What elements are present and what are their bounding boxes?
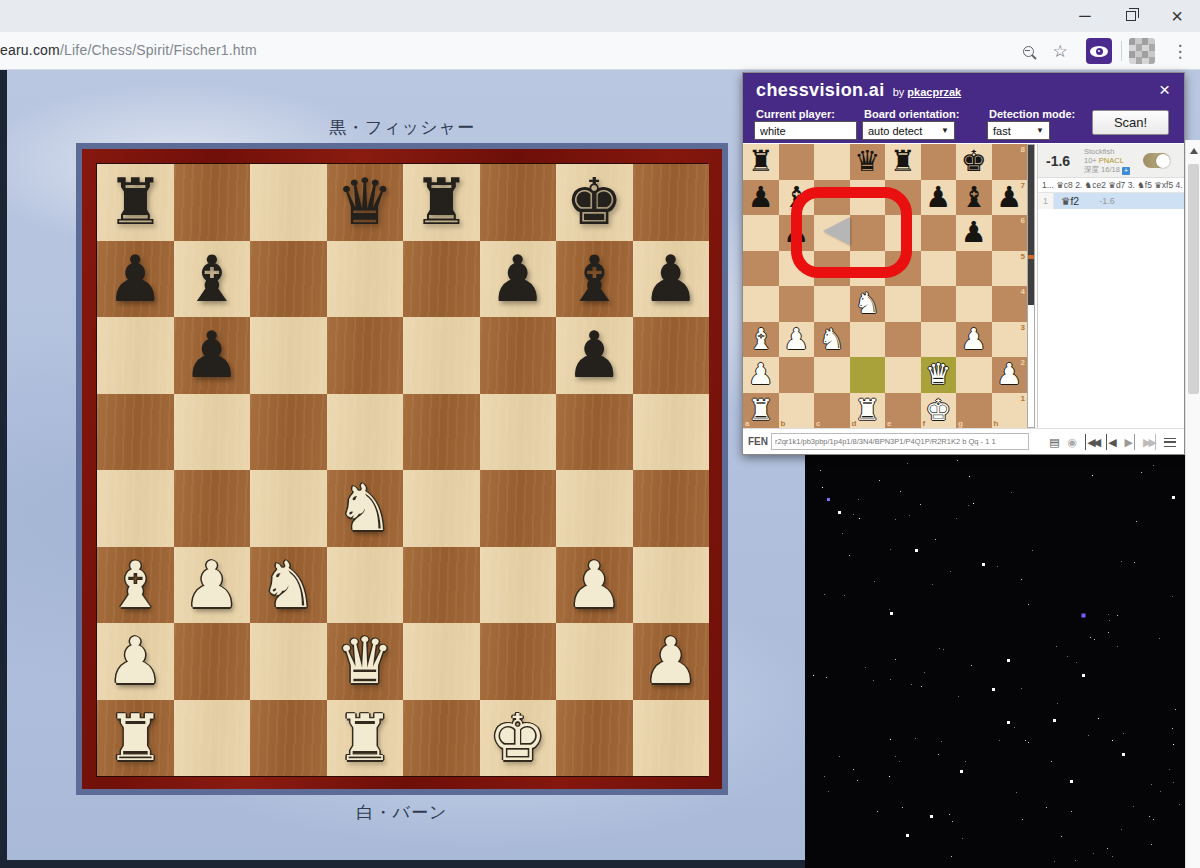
file-label-b: b [781, 419, 786, 428]
square-g4 [556, 470, 633, 547]
piece-wR-a1[interactable]: ♜ [748, 393, 774, 428]
square-e3[interactable] [885, 322, 921, 358]
close-button[interactable]: × [1154, 0, 1200, 32]
square-e8[interactable]: ♜ [885, 144, 921, 180]
square-f3 [480, 547, 557, 624]
square-h6 [633, 317, 710, 394]
chessvision-eye-icon [1086, 38, 1112, 64]
piece-wN-d4: ♞ [336, 470, 393, 546]
piece-bR-a8: ♜ [107, 164, 164, 240]
piece-wK-f1: ♚ [489, 700, 546, 776]
move-san: ♛f2 [1061, 195, 1079, 207]
square-a7: ♟ [97, 241, 174, 318]
current-player-select[interactable]: white [754, 121, 857, 140]
piece-bB-g7[interactable]: ♝ [961, 180, 987, 215]
square-c7 [250, 241, 327, 318]
square-d7 [327, 241, 404, 318]
square-b1 [174, 700, 251, 777]
principal-variation: 1... ♛c8 2. ♞ce2 ♛d7 3. ♞f5 ♛xf5 4. ♛xf5… [1038, 178, 1184, 193]
author-link[interactable]: pkacprzak [907, 86, 961, 98]
toolbar-separator [1118, 32, 1124, 70]
page-left-border [0, 70, 7, 868]
file-label-d: d [852, 419, 857, 428]
file-label-f: f [923, 419, 926, 428]
rank-label-4: 4 [1021, 287, 1025, 296]
engine-info: Stockfish 10+ PNACL 深度 16/18 + [1084, 147, 1130, 175]
evaluation-bar-zero-tick [1028, 255, 1034, 259]
piece-wN-d4[interactable]: ♞ [854, 286, 880, 321]
browser-menu-button[interactable]: ⋮ [1166, 32, 1194, 70]
piece-bP-g6[interactable]: ♟ [961, 215, 987, 250]
chessvision-extension-button[interactable] [1084, 32, 1114, 70]
piece-wP-h2[interactable]: ♟ [996, 357, 1022, 392]
square-c6 [250, 317, 327, 394]
move-number: 1 [1038, 193, 1054, 209]
square-g5 [556, 394, 633, 471]
square-g5[interactable] [956, 251, 992, 287]
square-e8: ♜ [403, 164, 480, 241]
square-g8[interactable]: ♚ [956, 144, 992, 180]
square-g7: ♝ [556, 241, 633, 318]
square-d4[interactable]: ♞ [850, 286, 886, 322]
detection-select[interactable]: fast▼ [987, 121, 1050, 140]
piece-wK-f1[interactable]: ♚ [925, 393, 951, 428]
square-b3[interactable]: ♟ [779, 322, 815, 358]
square-f8 [480, 164, 557, 241]
square-g3: ♟ [556, 547, 633, 624]
piece-wP-g3[interactable]: ♟ [961, 322, 987, 357]
fen-row: FEN ▤ ◉ ◀◀ ◀ ▶ ▶▶ [743, 428, 1184, 454]
bookmark-button[interactable]: ☆ [1046, 32, 1074, 70]
piece-wP-g3: ♟ [566, 547, 623, 623]
url-path: /Life/Chess/Spirit/Fischer1.htm [60, 42, 257, 58]
square-c8 [250, 164, 327, 241]
next-move-icon[interactable]: ▶ [1125, 434, 1135, 450]
square-c2[interactable] [814, 357, 850, 393]
piece-bP-f7: ♟ [489, 241, 546, 317]
square-a5[interactable] [743, 251, 779, 287]
address-bar: earu.com/Life/Chess/Spirit/Fischer1.htm … [0, 32, 1200, 70]
square-g2 [556, 623, 633, 700]
piece-bR-a8[interactable]: ♜ [748, 144, 774, 179]
piece-bB-b7: ♝ [183, 241, 240, 317]
white-player-caption: 白・バーン [76, 801, 728, 824]
rank-label-5: 5 [1021, 252, 1025, 261]
chevron-down-icon: ▼ [1036, 126, 1044, 135]
square-h3[interactable]: 3 [992, 322, 1028, 358]
square-g2[interactable] [956, 357, 992, 393]
square-d1[interactable]: ♜d [850, 393, 886, 429]
file-label-c: c [816, 419, 820, 428]
square-a4[interactable] [743, 286, 779, 322]
square-g3[interactable]: ♟ [956, 322, 992, 358]
square-d1: ♜ [327, 700, 404, 777]
piece-wB-a3: ♝ [107, 547, 164, 623]
black-player-caption: 黒・フィッシャー [76, 116, 728, 139]
bookmark-star-icon: ☆ [1052, 41, 1067, 62]
window-titlebar: ─ × [0, 0, 1200, 32]
orientation-label: Board orientation: [864, 108, 959, 120]
piece-bP-b6: ♟ [183, 317, 240, 393]
panel-close-icon[interactable]: × [1159, 79, 1170, 101]
square-h3 [633, 547, 710, 624]
minimize-button[interactable]: ─ [1062, 0, 1108, 32]
piece-bQ-d8[interactable]: ♛ [854, 144, 880, 179]
piece-bP-h7: ♟ [642, 241, 699, 317]
piece-bK-g8: ♚ [566, 164, 623, 240]
square-h6[interactable]: 6 [992, 215, 1028, 251]
square-f4[interactable] [921, 286, 957, 322]
square-b3: ♟ [174, 547, 251, 624]
piece-bP-f7[interactable]: ♟ [925, 180, 951, 215]
square-a3[interactable]: ♝ [743, 322, 779, 358]
skip-to-end-icon[interactable]: ▶▶ [1143, 434, 1156, 450]
book-icon[interactable]: ▤ [1049, 434, 1059, 450]
hamburger-menu-icon[interactable] [1164, 438, 1176, 447]
piece-wR-d1: ♜ [336, 700, 393, 776]
piece-bK-g8[interactable]: ♚ [961, 144, 987, 179]
square-h7: ♟ [633, 241, 710, 318]
analysis-panel: -1.6 Stockfish 10+ PNACL 深度 16/18 + ⚙ 1.… [1037, 144, 1184, 428]
square-f5[interactable] [921, 251, 957, 287]
square-b4 [174, 470, 251, 547]
depth-expand-icon[interactable]: + [1122, 167, 1130, 175]
zoom-out-icon [1023, 46, 1034, 57]
previous-move-icon[interactable]: ◀ [1106, 434, 1116, 450]
piece-wR-a1: ♜ [107, 700, 164, 776]
square-a2[interactable]: ♟ [743, 357, 779, 393]
square-e4[interactable] [885, 286, 921, 322]
square-e1[interactable]: e [885, 393, 921, 429]
current-player-label: Current player: [756, 108, 835, 120]
move-list-row[interactable]: 1 ♛f2 -1.6 [1038, 193, 1184, 209]
square-f8[interactable] [921, 144, 957, 180]
square-a4 [97, 470, 174, 547]
square-b8 [174, 164, 251, 241]
fen-input[interactable] [771, 433, 1029, 450]
piece-wQ-d2: ♛ [336, 623, 393, 699]
square-d2: ♛ [327, 623, 404, 700]
detection-label: Detection mode: [989, 108, 1075, 120]
square-a2: ♟ [97, 623, 174, 700]
square-b8[interactable] [779, 144, 815, 180]
file-label-e: e [887, 419, 891, 428]
square-g1 [556, 700, 633, 777]
orientation-select[interactable]: auto detect▼ [862, 121, 955, 140]
move-eval: -1.6 [1099, 196, 1115, 206]
square-a1[interactable]: ♜a [743, 393, 779, 429]
piece-wN-c3[interactable]: ♞ [819, 322, 845, 357]
piece-wN-c3: ♞ [260, 547, 317, 623]
piece-bP-a7: ♟ [107, 241, 164, 317]
piece-wP-a2[interactable]: ♟ [748, 357, 774, 392]
piece-wP-h2: ♟ [642, 623, 699, 699]
url-field[interactable]: earu.com/Life/Chess/Spirit/Fischer1.htm [0, 42, 257, 58]
square-h8 [633, 164, 710, 241]
square-h4[interactable]: 4 [992, 286, 1028, 322]
square-f5 [480, 394, 557, 471]
square-e2 [403, 623, 480, 700]
piece-wP-b3: ♟ [183, 547, 240, 623]
page-content: 黒・フィッシャー 白・バーン ♜♛♜♚♟♝♟♝♟♟♟♞♝♟♞♟♟♛♟♜♜♚ ch… [0, 70, 1200, 868]
square-b4[interactable] [779, 286, 815, 322]
square-c5 [250, 394, 327, 471]
square-e4 [403, 470, 480, 547]
square-f7: ♟ [480, 241, 557, 318]
square-d8[interactable]: ♛ [850, 144, 886, 180]
file-label-h: h [994, 419, 999, 428]
toggle-knob [1156, 154, 1170, 168]
square-h1[interactable]: 1h [992, 393, 1028, 429]
piece-wR-d1[interactable]: ♜ [854, 393, 880, 428]
square-g6: ♟ [556, 317, 633, 394]
zoom-out-button[interactable] [1013, 32, 1043, 70]
square-d2[interactable] [850, 357, 886, 393]
square-d6 [327, 317, 404, 394]
main-chessboard-frame: ♜♛♜♚♟♝♟♝♟♟♟♞♝♟♞♟♟♛♟♜♜♚ [76, 143, 728, 795]
rank-label-2: 2 [1021, 358, 1025, 367]
restore-icon [1126, 11, 1136, 21]
piece-wB-a3[interactable]: ♝ [748, 322, 774, 357]
piece-bR-e8[interactable]: ♜ [890, 144, 916, 179]
square-b6: ♟ [174, 317, 251, 394]
square-c8[interactable] [814, 144, 850, 180]
square-h7[interactable]: ♟7 [992, 180, 1028, 216]
rank-label-7: 7 [1021, 181, 1025, 190]
square-c1[interactable]: c [814, 393, 850, 429]
square-g8: ♚ [556, 164, 633, 241]
square-h5[interactable]: 5 [992, 251, 1028, 287]
rank-label-3: 3 [1021, 323, 1025, 332]
piece-wP-a2: ♟ [107, 623, 164, 699]
red-circle-annotation [791, 187, 912, 278]
square-e6 [403, 317, 480, 394]
engine-toggle[interactable] [1143, 153, 1170, 168]
browser-window: ─ × earu.com/Life/Chess/Spirit/Fischer1.… [0, 0, 1200, 868]
rank-label-6: 6 [1021, 216, 1025, 225]
url-domain: earu.com [0, 42, 60, 58]
square-g4[interactable] [956, 286, 992, 322]
square-g1[interactable]: g [956, 393, 992, 429]
chessvision-logo: chessvision.ai [756, 80, 885, 100]
square-e5 [403, 394, 480, 471]
square-c2 [250, 623, 327, 700]
square-d5 [327, 394, 404, 471]
square-e7 [403, 241, 480, 318]
square-g7[interactable]: ♝ [956, 180, 992, 216]
rank-label-8: 8 [1021, 145, 1025, 154]
square-c3: ♞ [250, 547, 327, 624]
piece-bP-h7[interactable]: ♟ [996, 180, 1022, 215]
square-b5 [174, 394, 251, 471]
square-f1: ♚ [480, 700, 557, 777]
square-b2[interactable] [779, 357, 815, 393]
scan-button[interactable]: Scan! [1092, 110, 1169, 135]
square-h2[interactable]: ♟2 [992, 357, 1028, 393]
piece-bP-g6: ♟ [566, 317, 623, 393]
square-d3[interactable] [850, 322, 886, 358]
square-b7: ♝ [174, 241, 251, 318]
piece-wP-b3[interactable]: ♟ [783, 322, 809, 357]
square-f1[interactable]: ♚f [921, 393, 957, 429]
square-g6[interactable]: ♟ [956, 215, 992, 251]
piece-bQ-d8: ♛ [336, 164, 393, 240]
scrollbar-thumb[interactable] [1188, 164, 1199, 394]
square-f6 [480, 317, 557, 394]
evaluation-score: -1.6 [1046, 153, 1070, 169]
square-f3[interactable] [921, 322, 957, 358]
square-a1: ♜ [97, 700, 174, 777]
main-chessboard-wood-border: ♜♛♜♚♟♝♟♝♟♟♟♞♝♟♞♟♟♛♟♜♜♚ [82, 149, 722, 789]
square-h1 [633, 700, 710, 777]
fen-label: FEN [748, 436, 768, 447]
square-e2[interactable] [885, 357, 921, 393]
square-f2[interactable]: ♛ [921, 357, 957, 393]
profile-button[interactable] [1126, 32, 1158, 70]
square-f6[interactable] [921, 215, 957, 251]
square-h2: ♟ [633, 623, 710, 700]
scroll-up-arrow-icon[interactable] [1190, 148, 1198, 154]
square-d8: ♛ [327, 164, 404, 241]
file-label-g: g [958, 419, 963, 428]
square-a6 [97, 317, 174, 394]
rank-label-1: 1 [1021, 394, 1025, 403]
evaluation-bar-black-share [1028, 145, 1034, 305]
square-f7[interactable]: ♟ [921, 180, 957, 216]
kebab-menu-icon: ⋮ [1172, 41, 1189, 62]
piece-bR-e8: ♜ [413, 164, 470, 240]
square-c4 [250, 470, 327, 547]
square-a5 [97, 394, 174, 471]
piece-bB-g7: ♝ [566, 241, 623, 317]
skip-to-start-icon[interactable]: ◀◀ [1085, 434, 1098, 450]
square-f4 [480, 470, 557, 547]
square-h4 [633, 470, 710, 547]
square-d4: ♞ [327, 470, 404, 547]
square-c4[interactable] [814, 286, 850, 322]
square-h8[interactable]: 8 [992, 144, 1028, 180]
square-b2 [174, 623, 251, 700]
square-d3 [327, 547, 404, 624]
file-label-a: a [745, 419, 749, 428]
square-a8[interactable]: ♜ [743, 144, 779, 180]
main-chessboard: ♜♛♜♚♟♝♟♝♟♟♟♞♝♟♞♟♟♛♟♜♜♚ [96, 163, 708, 777]
square-h5 [633, 394, 710, 471]
square-c3[interactable]: ♞ [814, 322, 850, 358]
profile-avatar [1129, 38, 1155, 64]
piece-wQ-f2[interactable]: ♛ [925, 357, 951, 392]
maximize-button[interactable] [1108, 0, 1154, 32]
page-bottom-border [0, 860, 805, 868]
square-f2 [480, 623, 557, 700]
square-a7[interactable]: ♟ [743, 180, 779, 216]
square-a6[interactable] [743, 215, 779, 251]
starry-sky-image [805, 455, 1185, 868]
square-b1[interactable]: b [779, 393, 815, 429]
square-a8: ♜ [97, 164, 174, 241]
square-c1 [250, 700, 327, 777]
square-a3: ♝ [97, 547, 174, 624]
piece-bP-a7[interactable]: ♟ [748, 180, 774, 215]
target-icon[interactable]: ◉ [1068, 434, 1078, 450]
evaluation-bar [1027, 144, 1035, 428]
chessvision-header: chessvision.aiby pkacprzak × Current pla… [743, 73, 1184, 143]
analysis-header: -1.6 Stockfish 10+ PNACL 深度 16/18 + ⚙ [1038, 144, 1184, 178]
square-e3 [403, 547, 480, 624]
browser-scrollbar[interactable] [1185, 140, 1200, 868]
square-e1 [403, 700, 480, 777]
chevron-down-icon: ▼ [941, 126, 949, 135]
